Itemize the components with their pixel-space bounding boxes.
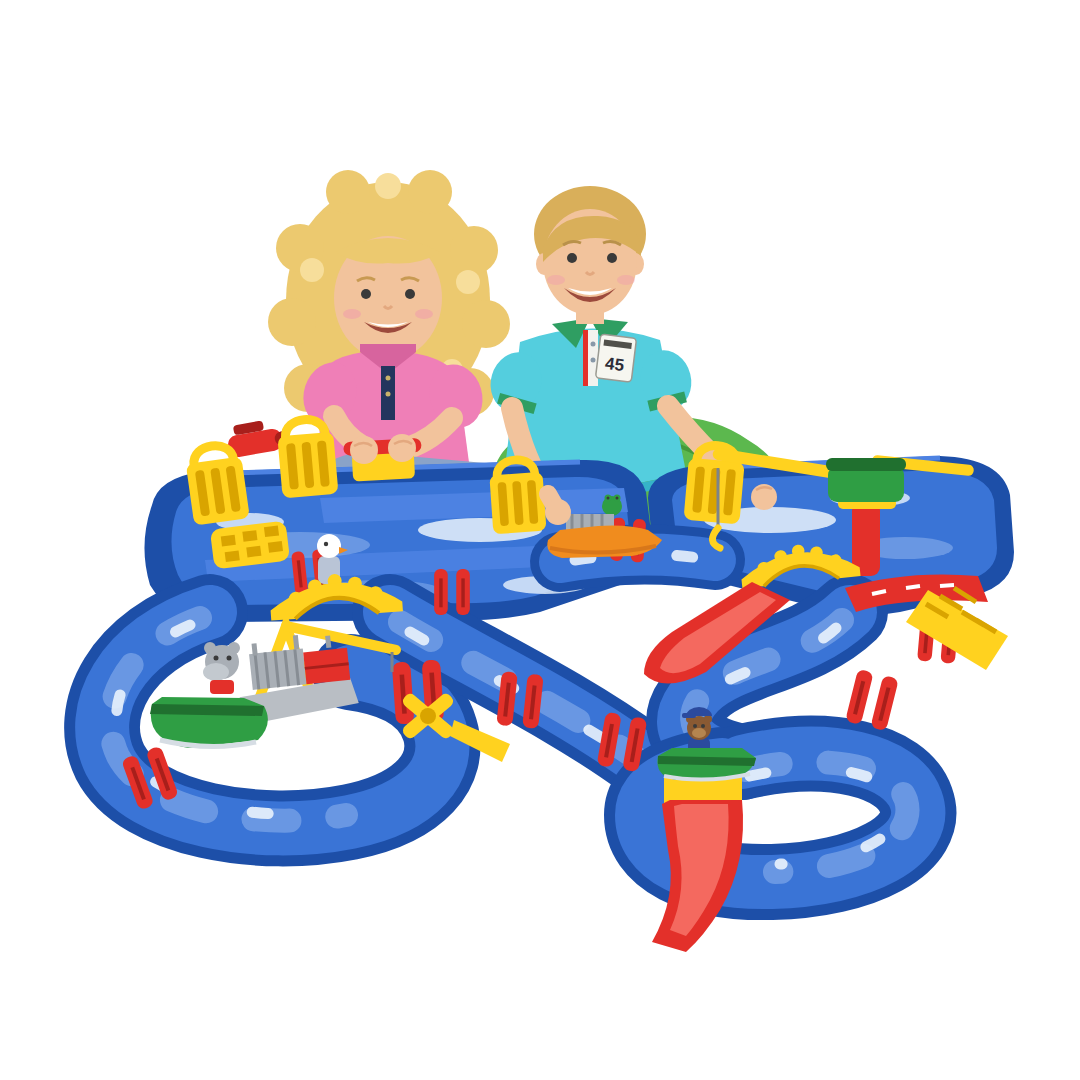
boy-face <box>534 186 646 315</box>
badge-number: 45 <box>604 354 625 375</box>
product-photo: 45 <box>0 0 1080 1080</box>
hippo-figure <box>203 642 240 694</box>
lock-paddles <box>845 669 899 732</box>
boy-right-hand <box>751 484 777 510</box>
bear-boat <box>657 748 756 780</box>
chest-badge: 45 <box>595 334 636 382</box>
frog-figure <box>602 495 622 517</box>
girl-face <box>334 236 442 360</box>
